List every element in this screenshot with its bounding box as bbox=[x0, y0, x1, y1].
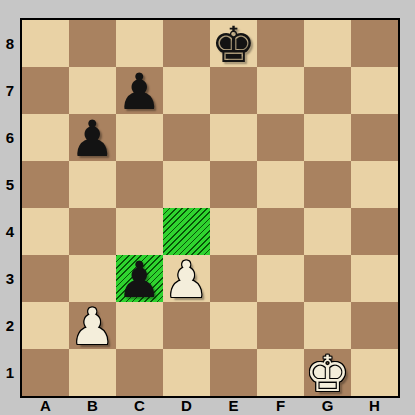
rank-label-8: 8 bbox=[0, 20, 20, 67]
square-e1[interactable] bbox=[210, 349, 257, 396]
square-c3[interactable]: ♟ bbox=[116, 255, 163, 302]
square-h5[interactable] bbox=[351, 161, 398, 208]
square-e2[interactable] bbox=[210, 302, 257, 349]
file-label-h: H bbox=[351, 398, 398, 415]
square-g4[interactable] bbox=[304, 208, 351, 255]
square-g6[interactable] bbox=[304, 114, 351, 161]
square-h4[interactable] bbox=[351, 208, 398, 255]
rank-label-3: 3 bbox=[0, 255, 20, 302]
square-f7[interactable] bbox=[257, 67, 304, 114]
square-g3[interactable] bbox=[304, 255, 351, 302]
square-b5[interactable] bbox=[69, 161, 116, 208]
square-g1[interactable]: ♚ bbox=[304, 349, 351, 396]
square-e7[interactable] bbox=[210, 67, 257, 114]
square-h7[interactable] bbox=[351, 67, 398, 114]
square-d5[interactable] bbox=[163, 161, 210, 208]
file-labels: ABCDEFGH bbox=[22, 398, 398, 415]
square-h2[interactable] bbox=[351, 302, 398, 349]
square-a7[interactable] bbox=[22, 67, 69, 114]
square-b2[interactable]: ♟ bbox=[69, 302, 116, 349]
square-b8[interactable] bbox=[69, 20, 116, 67]
square-b4[interactable] bbox=[69, 208, 116, 255]
square-g8[interactable] bbox=[304, 20, 351, 67]
square-b7[interactable] bbox=[69, 67, 116, 114]
square-h1[interactable] bbox=[351, 349, 398, 396]
white-king[interactable]: ♚ bbox=[304, 351, 351, 398]
square-c2[interactable] bbox=[116, 302, 163, 349]
square-f1[interactable] bbox=[257, 349, 304, 396]
square-c1[interactable] bbox=[116, 349, 163, 396]
rank-label-6: 6 bbox=[0, 114, 20, 161]
square-a8[interactable] bbox=[22, 20, 69, 67]
square-g7[interactable] bbox=[304, 67, 351, 114]
white-pawn[interactable]: ♟ bbox=[163, 257, 210, 304]
square-d8[interactable] bbox=[163, 20, 210, 67]
square-c5[interactable] bbox=[116, 161, 163, 208]
square-b3[interactable] bbox=[69, 255, 116, 302]
file-label-f: F bbox=[257, 398, 304, 415]
square-e6[interactable] bbox=[210, 114, 257, 161]
square-h3[interactable] bbox=[351, 255, 398, 302]
square-g5[interactable] bbox=[304, 161, 351, 208]
black-pawn[interactable]: ♟ bbox=[69, 116, 116, 163]
black-king[interactable]: ♚ bbox=[210, 22, 257, 69]
square-h6[interactable] bbox=[351, 114, 398, 161]
square-a3[interactable] bbox=[22, 255, 69, 302]
chess-board: ♚♟♟♟♟♟♚ bbox=[20, 18, 400, 398]
square-f3[interactable] bbox=[257, 255, 304, 302]
square-d1[interactable] bbox=[163, 349, 210, 396]
square-f6[interactable] bbox=[257, 114, 304, 161]
chess-diagram: 87654321 ♚♟♟♟♟♟♚ ABCDEFGH bbox=[0, 0, 415, 415]
file-label-c: C bbox=[116, 398, 163, 415]
black-pawn[interactable]: ♟ bbox=[116, 69, 163, 116]
square-c6[interactable] bbox=[116, 114, 163, 161]
file-label-g: G bbox=[304, 398, 351, 415]
square-c7[interactable]: ♟ bbox=[116, 67, 163, 114]
rank-label-7: 7 bbox=[0, 67, 20, 114]
square-g2[interactable] bbox=[304, 302, 351, 349]
file-label-b: B bbox=[69, 398, 116, 415]
square-e3[interactable] bbox=[210, 255, 257, 302]
square-f8[interactable] bbox=[257, 20, 304, 67]
rank-label-2: 2 bbox=[0, 302, 20, 349]
square-a4[interactable] bbox=[22, 208, 69, 255]
file-label-a: A bbox=[22, 398, 69, 415]
file-label-e: E bbox=[210, 398, 257, 415]
square-a2[interactable] bbox=[22, 302, 69, 349]
square-f2[interactable] bbox=[257, 302, 304, 349]
rank-label-1: 1 bbox=[0, 349, 20, 396]
square-a6[interactable] bbox=[22, 114, 69, 161]
square-c8[interactable] bbox=[116, 20, 163, 67]
square-a5[interactable] bbox=[22, 161, 69, 208]
square-b6[interactable]: ♟ bbox=[69, 114, 116, 161]
square-d4[interactable] bbox=[163, 208, 210, 255]
file-label-d: D bbox=[163, 398, 210, 415]
square-d2[interactable] bbox=[163, 302, 210, 349]
square-f5[interactable] bbox=[257, 161, 304, 208]
square-e8[interactable]: ♚ bbox=[210, 20, 257, 67]
white-pawn[interactable]: ♟ bbox=[69, 304, 116, 351]
square-a1[interactable] bbox=[22, 349, 69, 396]
rank-label-5: 5 bbox=[0, 161, 20, 208]
square-h8[interactable] bbox=[351, 20, 398, 67]
square-e4[interactable] bbox=[210, 208, 257, 255]
square-c4[interactable] bbox=[116, 208, 163, 255]
square-d3[interactable]: ♟ bbox=[163, 255, 210, 302]
black-pawn[interactable]: ♟ bbox=[116, 257, 163, 304]
rank-labels: 87654321 bbox=[0, 20, 20, 396]
square-b1[interactable] bbox=[69, 349, 116, 396]
square-f4[interactable] bbox=[257, 208, 304, 255]
rank-label-4: 4 bbox=[0, 208, 20, 255]
square-d6[interactable] bbox=[163, 114, 210, 161]
square-d7[interactable] bbox=[163, 67, 210, 114]
square-e5[interactable] bbox=[210, 161, 257, 208]
